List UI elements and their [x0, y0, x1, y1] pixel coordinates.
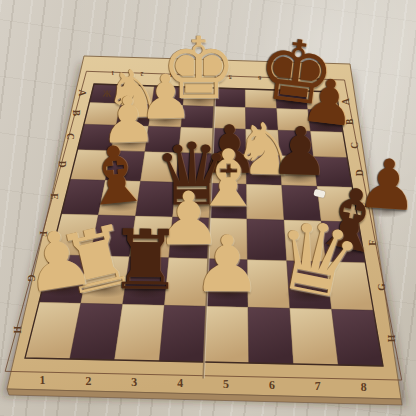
photo-scene: 1234567812345678ABCDEFGHABCDEFGHЖ ♚♛♜♝♞♞… [0, 0, 416, 416]
square-h3 [115, 304, 165, 361]
piece-black-rook-g3[interactable]: ♜ [108, 219, 183, 302]
file-label-left-D: D [57, 161, 67, 168]
rank-label-near-3: 3 [131, 375, 137, 389]
file-label-right-H: H [387, 334, 397, 342]
square-h6 [248, 307, 293, 364]
piece-white-pawn-g5[interactable]: ♟ [192, 224, 263, 303]
rank-label-near-7: 7 [315, 379, 321, 393]
rank-label-near-6: 6 [269, 378, 275, 392]
rank-label-near-4: 4 [177, 376, 183, 390]
file-label-left-E: E [49, 193, 59, 199]
file-label-left-C: C [65, 133, 75, 140]
rank-label-near-2: 2 [85, 374, 91, 388]
file-label-right-G: G [377, 283, 387, 291]
square-h5 [204, 306, 249, 363]
file-label-right-C: C [350, 142, 360, 149]
rank-label-near-1: 1 [39, 373, 45, 387]
piece-white-pawn-g1[interactable]: ♟ [18, 216, 99, 304]
file-label-left-B: B [71, 110, 81, 117]
file-label-left-A: A [77, 89, 87, 96]
rank-label-near-8: 8 [361, 380, 367, 394]
rank-label-near-5: 5 [223, 377, 229, 391]
file-label-left-H: H [12, 326, 22, 334]
square-h4 [159, 305, 206, 362]
